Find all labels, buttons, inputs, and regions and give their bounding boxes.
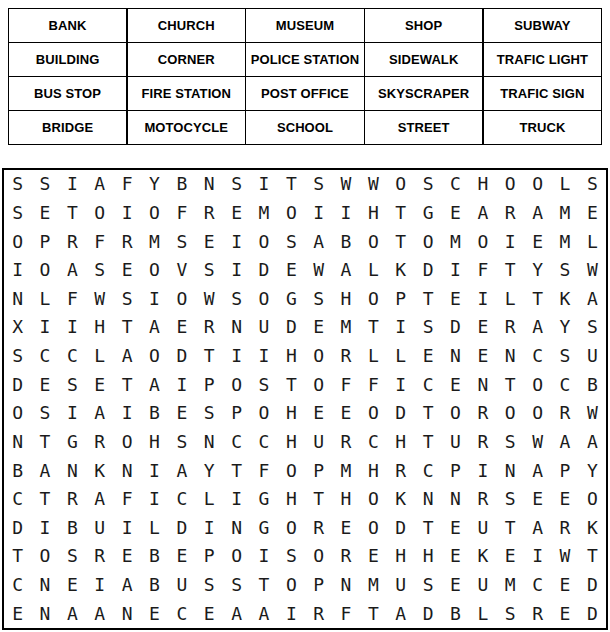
grid-cell-r10c10[interactable]: C xyxy=(250,428,277,457)
grid-cell-r15c20[interactable]: C xyxy=(524,571,551,600)
grid-cell-r6c3[interactable]: I xyxy=(59,313,86,342)
grid-cell-r5c20[interactable]: T xyxy=(524,285,551,314)
grid-cell-r13c4[interactable]: U xyxy=(86,514,113,543)
grid-cell-r4c16[interactable]: D xyxy=(414,256,441,285)
grid-cell-r16c20[interactable]: R xyxy=(524,599,551,628)
grid-cell-r10c2[interactable]: T xyxy=(31,428,58,457)
grid-cell-r11c17[interactable]: P xyxy=(442,456,469,485)
grid-cell-r13c19[interactable]: T xyxy=(497,514,524,543)
grid-cell-r15c9[interactable]: S xyxy=(223,571,250,600)
grid-cell-r12c16[interactable]: N xyxy=(414,485,441,514)
grid-cell-r16c17[interactable]: B xyxy=(442,599,469,628)
grid-cell-r10c12[interactable]: U xyxy=(305,428,332,457)
grid-cell-r4c12[interactable]: W xyxy=(305,256,332,285)
grid-cell-r13c14[interactable]: O xyxy=(360,514,387,543)
grid-cell-r8c16[interactable]: C xyxy=(414,370,441,399)
grid-cell-r8c2[interactable]: E xyxy=(31,370,58,399)
grid-cell-r11c13[interactable]: M xyxy=(332,456,359,485)
grid-cell-r7c8[interactable]: T xyxy=(196,342,223,371)
grid-cell-r8c18[interactable]: N xyxy=(469,370,496,399)
grid-cell-r3c18[interactable]: O xyxy=(469,227,496,256)
grid-cell-r1c7[interactable]: B xyxy=(168,170,195,199)
grid-cell-r2c4[interactable]: O xyxy=(86,199,113,228)
grid-cell-r16c15[interactable]: A xyxy=(387,599,414,628)
grid-cell-r1c17[interactable]: C xyxy=(442,170,469,199)
grid-cell-r7c4[interactable]: L xyxy=(86,342,113,371)
grid-cell-r14c10[interactable]: I xyxy=(250,542,277,571)
grid-cell-r9c18[interactable]: R xyxy=(469,399,496,428)
grid-cell-r5c17[interactable]: E xyxy=(442,285,469,314)
grid-cell-r15c22[interactable]: D xyxy=(579,571,606,600)
grid-cell-r12c22[interactable]: O xyxy=(579,485,606,514)
grid-cell-r10c1[interactable]: N xyxy=(4,428,31,457)
grid-cell-r5c3[interactable]: F xyxy=(59,285,86,314)
grid-cell-r9c8[interactable]: S xyxy=(196,399,223,428)
grid-cell-r9c19[interactable]: O xyxy=(497,399,524,428)
grid-cell-r13c6[interactable]: L xyxy=(141,514,168,543)
grid-cell-r10c3[interactable]: G xyxy=(59,428,86,457)
grid-cell-r11c7[interactable]: A xyxy=(168,456,195,485)
grid-cell-r8c6[interactable]: A xyxy=(141,370,168,399)
grid-cell-r6c6[interactable]: A xyxy=(141,313,168,342)
grid-cell-r7c1[interactable]: S xyxy=(4,342,31,371)
grid-cell-r4c1[interactable]: I xyxy=(4,256,31,285)
grid-cell-r4c18[interactable]: F xyxy=(469,256,496,285)
grid-cell-r1c15[interactable]: O xyxy=(387,170,414,199)
grid-cell-r9c12[interactable]: E xyxy=(305,399,332,428)
grid-cell-r1c12[interactable]: S xyxy=(305,170,332,199)
grid-cell-r11c6[interactable]: I xyxy=(141,456,168,485)
grid-cell-r12c19[interactable]: S xyxy=(497,485,524,514)
grid-cell-r10c13[interactable]: R xyxy=(332,428,359,457)
grid-cell-r5c19[interactable]: L xyxy=(497,285,524,314)
grid-cell-r8c4[interactable]: E xyxy=(86,370,113,399)
grid-cell-r2c21[interactable]: M xyxy=(551,199,578,228)
grid-cell-r7c17[interactable]: N xyxy=(442,342,469,371)
grid-cell-r14c18[interactable]: K xyxy=(469,542,496,571)
grid-cell-r3c14[interactable]: O xyxy=(360,227,387,256)
grid-cell-r10c14[interactable]: C xyxy=(360,428,387,457)
grid-cell-r7c3[interactable]: C xyxy=(59,342,86,371)
grid-cell-r7c21[interactable]: S xyxy=(551,342,578,371)
grid-cell-r12c10[interactable]: G xyxy=(250,485,277,514)
grid-cell-r7c18[interactable]: E xyxy=(469,342,496,371)
grid-cell-r15c6[interactable]: B xyxy=(141,571,168,600)
grid-cell-r3c15[interactable]: T xyxy=(387,227,414,256)
grid-cell-r13c18[interactable]: U xyxy=(469,514,496,543)
grid-cell-r6c21[interactable]: Y xyxy=(551,313,578,342)
grid-cell-r9c13[interactable]: E xyxy=(332,399,359,428)
grid-cell-r12c14[interactable]: O xyxy=(360,485,387,514)
grid-cell-r11c12[interactable]: P xyxy=(305,456,332,485)
grid-cell-r1c18[interactable]: H xyxy=(469,170,496,199)
grid-cell-r14c3[interactable]: S xyxy=(59,542,86,571)
grid-cell-r2c2[interactable]: E xyxy=(31,199,58,228)
grid-cell-r1c20[interactable]: O xyxy=(524,170,551,199)
grid-cell-r5c6[interactable]: I xyxy=(141,285,168,314)
grid-cell-r2c7[interactable]: F xyxy=(168,199,195,228)
grid-cell-r5c14[interactable]: O xyxy=(360,285,387,314)
grid-cell-r16c13[interactable]: F xyxy=(332,599,359,628)
grid-cell-r2c1[interactable]: S xyxy=(4,199,31,228)
grid-cell-r2c6[interactable]: O xyxy=(141,199,168,228)
grid-cell-r2c11[interactable]: O xyxy=(278,199,305,228)
grid-cell-r3c9[interactable]: I xyxy=(223,227,250,256)
grid-cell-r10c20[interactable]: W xyxy=(524,428,551,457)
grid-cell-r7c10[interactable]: I xyxy=(250,342,277,371)
grid-cell-r4c5[interactable]: E xyxy=(113,256,140,285)
grid-cell-r1c1[interactable]: S xyxy=(4,170,31,199)
grid-cell-r6c1[interactable]: X xyxy=(4,313,31,342)
grid-cell-r13c20[interactable]: A xyxy=(524,514,551,543)
grid-cell-r16c7[interactable]: C xyxy=(168,599,195,628)
grid-cell-r11c14[interactable]: H xyxy=(360,456,387,485)
grid-cell-r4c4[interactable]: S xyxy=(86,256,113,285)
grid-cell-r3c16[interactable]: O xyxy=(414,227,441,256)
grid-cell-r13c9[interactable]: N xyxy=(223,514,250,543)
grid-cell-r14c6[interactable]: B xyxy=(141,542,168,571)
grid-cell-r9c21[interactable]: R xyxy=(551,399,578,428)
grid-cell-r11c4[interactable]: K xyxy=(86,456,113,485)
grid-cell-r16c1[interactable]: E xyxy=(4,599,31,628)
grid-cell-r16c22[interactable]: D xyxy=(579,599,606,628)
grid-cell-r9c1[interactable]: O xyxy=(4,399,31,428)
grid-cell-r12c15[interactable]: K xyxy=(387,485,414,514)
grid-cell-r6c11[interactable]: D xyxy=(278,313,305,342)
grid-cell-r16c9[interactable]: A xyxy=(223,599,250,628)
grid-cell-r9c9[interactable]: P xyxy=(223,399,250,428)
grid-cell-r9c20[interactable]: O xyxy=(524,399,551,428)
grid-cell-r2c22[interactable]: E xyxy=(579,199,606,228)
grid-cell-r5c4[interactable]: W xyxy=(86,285,113,314)
grid-cell-r16c5[interactable]: N xyxy=(113,599,140,628)
grid-cell-r16c21[interactable]: E xyxy=(551,599,578,628)
grid-cell-r1c16[interactable]: S xyxy=(414,170,441,199)
grid-cell-r13c22[interactable]: K xyxy=(579,514,606,543)
grid-cell-r11c8[interactable]: Y xyxy=(196,456,223,485)
grid-cell-r13c15[interactable]: D xyxy=(387,514,414,543)
grid-cell-r13c2[interactable]: I xyxy=(31,514,58,543)
grid-cell-r3c6[interactable]: M xyxy=(141,227,168,256)
grid-cell-r8c21[interactable]: C xyxy=(551,370,578,399)
grid-cell-r4c3[interactable]: A xyxy=(59,256,86,285)
grid-cell-r10c5[interactable]: O xyxy=(113,428,140,457)
grid-cell-r2c18[interactable]: A xyxy=(469,199,496,228)
grid-cell-r1c10[interactable]: I xyxy=(250,170,277,199)
grid-cell-r7c13[interactable]: R xyxy=(332,342,359,371)
grid-cell-r11c11[interactable]: O xyxy=(278,456,305,485)
grid-cell-r12c18[interactable]: R xyxy=(469,485,496,514)
grid-cell-r12c2[interactable]: T xyxy=(31,485,58,514)
grid-cell-r7c15[interactable]: L xyxy=(387,342,414,371)
grid-cell-r4c9[interactable]: I xyxy=(223,256,250,285)
grid-cell-r8c3[interactable]: S xyxy=(59,370,86,399)
grid-cell-r15c5[interactable]: A xyxy=(113,571,140,600)
grid-cell-r15c11[interactable]: O xyxy=(278,571,305,600)
grid-cell-r6c2[interactable]: I xyxy=(31,313,58,342)
grid-cell-r8c20[interactable]: O xyxy=(524,370,551,399)
grid-cell-r14c2[interactable]: O xyxy=(31,542,58,571)
grid-cell-r15c8[interactable]: S xyxy=(196,571,223,600)
grid-cell-r1c21[interactable]: L xyxy=(551,170,578,199)
grid-cell-r14c14[interactable]: E xyxy=(360,542,387,571)
grid-cell-r7c20[interactable]: C xyxy=(524,342,551,371)
grid-cell-r6c22[interactable]: S xyxy=(579,313,606,342)
grid-cell-r1c19[interactable]: O xyxy=(497,170,524,199)
grid-cell-r10c21[interactable]: A xyxy=(551,428,578,457)
grid-cell-r16c18[interactable]: L xyxy=(469,599,496,628)
grid-cell-r4c13[interactable]: A xyxy=(332,256,359,285)
grid-cell-r14c13[interactable]: R xyxy=(332,542,359,571)
grid-cell-r1c9[interactable]: S xyxy=(223,170,250,199)
grid-cell-r7c5[interactable]: A xyxy=(113,342,140,371)
grid-cell-r16c11[interactable]: I xyxy=(278,599,305,628)
grid-cell-r7c22[interactable]: U xyxy=(579,342,606,371)
grid-cell-r15c12[interactable]: P xyxy=(305,571,332,600)
grid-cell-r4c10[interactable]: D xyxy=(250,256,277,285)
grid-cell-r10c19[interactable]: S xyxy=(497,428,524,457)
grid-cell-r15c7[interactable]: U xyxy=(168,571,195,600)
grid-cell-r12c13[interactable]: H xyxy=(332,485,359,514)
grid-cell-r13c8[interactable]: I xyxy=(196,514,223,543)
grid-cell-r5c18[interactable]: I xyxy=(469,285,496,314)
grid-cell-r6c15[interactable]: I xyxy=(387,313,414,342)
grid-cell-r15c17[interactable]: E xyxy=(442,571,469,600)
grid-cell-r1c8[interactable]: N xyxy=(196,170,223,199)
grid-cell-r15c14[interactable]: M xyxy=(360,571,387,600)
grid-cell-r2c9[interactable]: E xyxy=(223,199,250,228)
grid-cell-r15c21[interactable]: E xyxy=(551,571,578,600)
grid-cell-r16c19[interactable]: S xyxy=(497,599,524,628)
grid-cell-r15c10[interactable]: T xyxy=(250,571,277,600)
grid-cell-r10c15[interactable]: H xyxy=(387,428,414,457)
grid-cell-r15c3[interactable]: E xyxy=(59,571,86,600)
grid-cell-r11c10[interactable]: F xyxy=(250,456,277,485)
grid-cell-r7c12[interactable]: O xyxy=(305,342,332,371)
grid-cell-r12c6[interactable]: I xyxy=(141,485,168,514)
grid-cell-r7c6[interactable]: O xyxy=(141,342,168,371)
grid-cell-r5c1[interactable]: N xyxy=(4,285,31,314)
grid-cell-r5c22[interactable]: A xyxy=(579,285,606,314)
grid-cell-r5c11[interactable]: G xyxy=(278,285,305,314)
grid-cell-r7c14[interactable]: L xyxy=(360,342,387,371)
grid-cell-r5c10[interactable]: O xyxy=(250,285,277,314)
grid-cell-r5c13[interactable]: H xyxy=(332,285,359,314)
grid-cell-r13c21[interactable]: R xyxy=(551,514,578,543)
grid-cell-r6c17[interactable]: D xyxy=(442,313,469,342)
grid-cell-r9c22[interactable]: W xyxy=(579,399,606,428)
grid-cell-r7c16[interactable]: E xyxy=(414,342,441,371)
grid-cell-r14c20[interactable]: I xyxy=(524,542,551,571)
grid-cell-r15c16[interactable]: S xyxy=(414,571,441,600)
grid-cell-r10c8[interactable]: N xyxy=(196,428,223,457)
grid-cell-r14c22[interactable]: T xyxy=(579,542,606,571)
grid-cell-r8c22[interactable]: B xyxy=(579,370,606,399)
grid-cell-r8c14[interactable]: F xyxy=(360,370,387,399)
grid-cell-r16c6[interactable]: E xyxy=(141,599,168,628)
grid-cell-r11c2[interactable]: A xyxy=(31,456,58,485)
grid-cell-r11c19[interactable]: N xyxy=(497,456,524,485)
grid-cell-r3c11[interactable]: S xyxy=(278,227,305,256)
grid-cell-r2c19[interactable]: R xyxy=(497,199,524,228)
grid-cell-r15c18[interactable]: U xyxy=(469,571,496,600)
grid-cell-r10c17[interactable]: U xyxy=(442,428,469,457)
grid-cell-r12c21[interactable]: E xyxy=(551,485,578,514)
grid-cell-r1c5[interactable]: F xyxy=(113,170,140,199)
grid-cell-r9c10[interactable]: O xyxy=(250,399,277,428)
grid-cell-r3c10[interactable]: O xyxy=(250,227,277,256)
grid-cell-r12c11[interactable]: H xyxy=(278,485,305,514)
grid-cell-r2c20[interactable]: A xyxy=(524,199,551,228)
grid-cell-r5c2[interactable]: L xyxy=(31,285,58,314)
grid-cell-r7c7[interactable]: D xyxy=(168,342,195,371)
grid-cell-r1c13[interactable]: W xyxy=(332,170,359,199)
grid-cell-r11c9[interactable]: T xyxy=(223,456,250,485)
grid-cell-r9c17[interactable]: O xyxy=(442,399,469,428)
grid-cell-r14c4[interactable]: R xyxy=(86,542,113,571)
grid-cell-r3c5[interactable]: R xyxy=(113,227,140,256)
grid-cell-r12c17[interactable]: N xyxy=(442,485,469,514)
grid-cell-r12c12[interactable]: T xyxy=(305,485,332,514)
grid-cell-r5c16[interactable]: T xyxy=(414,285,441,314)
grid-cell-r7c11[interactable]: H xyxy=(278,342,305,371)
grid-cell-r9c4[interactable]: A xyxy=(86,399,113,428)
grid-cell-r13c17[interactable]: E xyxy=(442,514,469,543)
grid-cell-r2c17[interactable]: E xyxy=(442,199,469,228)
grid-cell-r3c12[interactable]: A xyxy=(305,227,332,256)
grid-cell-r10c11[interactable]: H xyxy=(278,428,305,457)
grid-cell-r14c17[interactable]: E xyxy=(442,542,469,571)
grid-cell-r3c21[interactable]: M xyxy=(551,227,578,256)
grid-cell-r4c11[interactable]: E xyxy=(278,256,305,285)
grid-cell-r4c7[interactable]: V xyxy=(168,256,195,285)
grid-cell-r2c14[interactable]: H xyxy=(360,199,387,228)
grid-cell-r16c2[interactable]: N xyxy=(31,599,58,628)
grid-cell-r3c7[interactable]: S xyxy=(168,227,195,256)
grid-cell-r4c8[interactable]: S xyxy=(196,256,223,285)
grid-cell-r2c16[interactable]: G xyxy=(414,199,441,228)
grid-cell-r6c8[interactable]: R xyxy=(196,313,223,342)
grid-cell-r6c5[interactable]: T xyxy=(113,313,140,342)
grid-cell-r5c12[interactable]: S xyxy=(305,285,332,314)
grid-cell-r6c18[interactable]: E xyxy=(469,313,496,342)
grid-cell-r2c3[interactable]: T xyxy=(59,199,86,228)
grid-cell-r6c13[interactable]: M xyxy=(332,313,359,342)
grid-cell-r9c15[interactable]: D xyxy=(387,399,414,428)
grid-cell-r1c6[interactable]: Y xyxy=(141,170,168,199)
grid-cell-r15c13[interactable]: N xyxy=(332,571,359,600)
grid-cell-r6c20[interactable]: A xyxy=(524,313,551,342)
grid-cell-r14c11[interactable]: S xyxy=(278,542,305,571)
grid-cell-r3c3[interactable]: R xyxy=(59,227,86,256)
grid-cell-r5c7[interactable]: O xyxy=(168,285,195,314)
grid-cell-r11c16[interactable]: C xyxy=(414,456,441,485)
grid-cell-r12c8[interactable]: L xyxy=(196,485,223,514)
grid-cell-r16c10[interactable]: A xyxy=(250,599,277,628)
grid-cell-r11c22[interactable]: Y xyxy=(579,456,606,485)
grid-cell-r8c8[interactable]: P xyxy=(196,370,223,399)
grid-cell-r9c11[interactable]: H xyxy=(278,399,305,428)
grid-cell-r13c16[interactable]: T xyxy=(414,514,441,543)
grid-cell-r5c9[interactable]: S xyxy=(223,285,250,314)
grid-cell-r7c2[interactable]: C xyxy=(31,342,58,371)
grid-cell-r13c13[interactable]: E xyxy=(332,514,359,543)
grid-cell-r3c13[interactable]: B xyxy=(332,227,359,256)
grid-cell-r16c16[interactable]: D xyxy=(414,599,441,628)
grid-cell-r14c16[interactable]: H xyxy=(414,542,441,571)
grid-cell-r13c1[interactable]: D xyxy=(4,514,31,543)
grid-cell-r8c9[interactable]: O xyxy=(223,370,250,399)
grid-cell-r8c19[interactable]: T xyxy=(497,370,524,399)
grid-cell-r10c6[interactable]: H xyxy=(141,428,168,457)
grid-cell-r15c19[interactable]: M xyxy=(497,571,524,600)
grid-cell-r6c14[interactable]: T xyxy=(360,313,387,342)
grid-cell-r12c1[interactable]: C xyxy=(4,485,31,514)
grid-cell-r14c8[interactable]: P xyxy=(196,542,223,571)
grid-cell-r15c15[interactable]: U xyxy=(387,571,414,600)
grid-cell-r9c5[interactable]: I xyxy=(113,399,140,428)
grid-cell-r2c5[interactable]: I xyxy=(113,199,140,228)
grid-cell-r12c4[interactable]: A xyxy=(86,485,113,514)
grid-cell-r9c7[interactable]: E xyxy=(168,399,195,428)
grid-cell-r12c7[interactable]: C xyxy=(168,485,195,514)
grid-cell-r4c6[interactable]: O xyxy=(141,256,168,285)
grid-cell-r4c2[interactable]: O xyxy=(31,256,58,285)
grid-cell-r9c14[interactable]: O xyxy=(360,399,387,428)
grid-cell-r5c8[interactable]: W xyxy=(196,285,223,314)
grid-cell-r10c4[interactable]: R xyxy=(86,428,113,457)
grid-cell-r4c21[interactable]: S xyxy=(551,256,578,285)
grid-cell-r14c1[interactable]: T xyxy=(4,542,31,571)
grid-cell-r6c4[interactable]: H xyxy=(86,313,113,342)
grid-cell-r5c5[interactable]: S xyxy=(113,285,140,314)
grid-cell-r1c11[interactable]: T xyxy=(278,170,305,199)
grid-cell-r15c4[interactable]: I xyxy=(86,571,113,600)
grid-cell-r3c2[interactable]: P xyxy=(31,227,58,256)
grid-cell-r11c20[interactable]: A xyxy=(524,456,551,485)
grid-cell-r2c15[interactable]: T xyxy=(387,199,414,228)
grid-cell-r14c5[interactable]: E xyxy=(113,542,140,571)
grid-cell-r7c19[interactable]: N xyxy=(497,342,524,371)
grid-cell-r16c12[interactable]: R xyxy=(305,599,332,628)
grid-cell-r12c5[interactable]: F xyxy=(113,485,140,514)
grid-cell-r5c21[interactable]: K xyxy=(551,285,578,314)
grid-cell-r9c16[interactable]: T xyxy=(414,399,441,428)
grid-cell-r6c10[interactable]: U xyxy=(250,313,277,342)
grid-cell-r10c18[interactable]: R xyxy=(469,428,496,457)
grid-cell-r11c1[interactable]: B xyxy=(4,456,31,485)
grid-cell-r3c22[interactable]: L xyxy=(579,227,606,256)
grid-cell-r12c20[interactable]: E xyxy=(524,485,551,514)
grid-cell-r14c9[interactable]: O xyxy=(223,542,250,571)
grid-cell-r11c5[interactable]: N xyxy=(113,456,140,485)
grid-cell-r2c10[interactable]: M xyxy=(250,199,277,228)
grid-cell-r10c22[interactable]: A xyxy=(579,428,606,457)
grid-cell-r16c4[interactable]: A xyxy=(86,599,113,628)
grid-cell-r3c17[interactable]: M xyxy=(442,227,469,256)
grid-cell-r14c12[interactable]: O xyxy=(305,542,332,571)
grid-cell-r10c9[interactable]: C xyxy=(223,428,250,457)
grid-cell-r3c1[interactable]: O xyxy=(4,227,31,256)
grid-cell-r11c3[interactable]: N xyxy=(59,456,86,485)
grid-cell-r13c5[interactable]: I xyxy=(113,514,140,543)
grid-cell-r10c16[interactable]: T xyxy=(414,428,441,457)
grid-cell-r8c5[interactable]: T xyxy=(113,370,140,399)
grid-cell-r6c12[interactable]: E xyxy=(305,313,332,342)
grid-cell-r12c9[interactable]: I xyxy=(223,485,250,514)
grid-cell-r1c3[interactable]: I xyxy=(59,170,86,199)
grid-cell-r16c3[interactable]: A xyxy=(59,599,86,628)
